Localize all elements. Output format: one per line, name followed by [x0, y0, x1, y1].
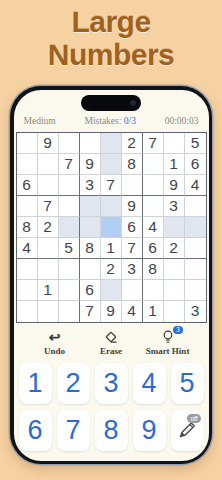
sudoku-cell-r9c5[interactable]: 9 [101, 301, 122, 322]
tool-row: ↩ Undo Erase 3 [14, 329, 209, 356]
sudoku-board: 92757981663794793826445817622381679413 [16, 132, 207, 323]
sudoku-cell-r7c8[interactable] [164, 259, 185, 280]
sudoku-cell-r7c3[interactable] [59, 259, 80, 280]
sudoku-cell-r2c7[interactable] [143, 154, 164, 175]
sudoku-cell-r2c2[interactable] [38, 154, 59, 175]
sudoku-cell-r8c7[interactable] [143, 280, 164, 301]
sudoku-cell-r1c2[interactable]: 9 [38, 133, 59, 154]
sudoku-cell-r6c6[interactable]: 7 [122, 238, 143, 259]
sudoku-cell-r4c6[interactable]: 9 [122, 196, 143, 217]
sudoku-cell-r2c9[interactable]: 6 [185, 154, 206, 175]
mistakes-label: Mistakes: [84, 116, 121, 126]
sudoku-cell-r3c3[interactable] [59, 175, 80, 196]
sudoku-cell-r1c7[interactable]: 7 [143, 133, 164, 154]
sudoku-cell-r6c7[interactable]: 6 [143, 238, 164, 259]
eraser-icon [83, 329, 139, 345]
smart-hint-label: Smart Hint [140, 346, 196, 356]
pencil-toggle[interactable]: off [171, 410, 204, 451]
undo-button[interactable]: ↩ Undo [27, 329, 83, 356]
sudoku-cell-r7c2[interactable] [38, 259, 59, 280]
sudoku-cell-r3c9[interactable]: 4 [185, 175, 206, 196]
sudoku-cell-r1c8[interactable] [164, 133, 185, 154]
sudoku-cell-r5c8[interactable] [164, 217, 185, 238]
sudoku-cell-r8c9[interactable] [185, 280, 206, 301]
sudoku-cell-r4c7[interactable] [143, 196, 164, 217]
mistakes-value: 0/3 [124, 116, 136, 126]
sudoku-cell-r3c2[interactable] [38, 175, 59, 196]
sudoku-cell-r7c7[interactable]: 8 [143, 259, 164, 280]
sudoku-cell-r5c3[interactable] [59, 217, 80, 238]
sudoku-cell-r3c4[interactable]: 3 [80, 175, 101, 196]
sudoku-cell-r9c8[interactable] [164, 301, 185, 322]
numpad-key-8[interactable]: 8 [95, 410, 128, 451]
title-line-1: Large [0, 5, 222, 38]
sudoku-cell-r8c5[interactable] [101, 280, 122, 301]
sudoku-cell-r1c4[interactable] [80, 133, 101, 154]
sudoku-cell-r5c1[interactable]: 8 [17, 217, 38, 238]
sudoku-cell-r5c9[interactable] [185, 217, 206, 238]
numpad-key-4[interactable]: 4 [133, 363, 166, 404]
sudoku-cell-r5c7[interactable]: 4 [143, 217, 164, 238]
sudoku-cell-r3c7[interactable] [143, 175, 164, 196]
sudoku-cell-r3c8[interactable]: 9 [164, 175, 185, 196]
sudoku-cell-r6c5[interactable]: 1 [101, 238, 122, 259]
sudoku-cell-r4c8[interactable]: 3 [164, 196, 185, 217]
undo-label: Undo [27, 346, 83, 356]
sudoku-cell-r8c1[interactable] [17, 280, 38, 301]
sudoku-cell-r6c8[interactable]: 2 [164, 238, 185, 259]
sudoku-cell-r2c8[interactable]: 1 [164, 154, 185, 175]
numpad-key-6[interactable]: 6 [19, 410, 52, 451]
sudoku-cell-r7c5[interactable]: 2 [101, 259, 122, 280]
erase-button[interactable]: Erase [83, 329, 139, 356]
phone-mockup: Medium Mistakes: 0/3 00:00:03 9275798166… [10, 86, 212, 464]
lightbulb-icon: 3 [140, 329, 196, 345]
difficulty-label: Medium [24, 116, 56, 126]
numpad-key-5[interactable]: 5 [171, 363, 204, 404]
sudoku-cell-r4c5[interactable] [101, 196, 122, 217]
sudoku-cell-r9c7[interactable]: 1 [143, 301, 164, 322]
sudoku-cell-r8c8[interactable] [164, 280, 185, 301]
numpad-key-3[interactable]: 3 [95, 363, 128, 404]
sudoku-cell-r8c6[interactable] [122, 280, 143, 301]
sudoku-cell-r4c3[interactable] [59, 196, 80, 217]
sudoku-cell-r2c5[interactable] [101, 154, 122, 175]
number-pad: 123456789off [19, 363, 204, 451]
undo-icon: ↩ [27, 329, 83, 345]
status-bar: Medium Mistakes: 0/3 00:00:03 [14, 115, 209, 128]
sudoku-cell-r9c9[interactable]: 3 [185, 301, 206, 322]
sudoku-cell-r5c5[interactable] [101, 217, 122, 238]
sudoku-cell-r6c1[interactable]: 4 [17, 238, 38, 259]
sudoku-cell-r9c2[interactable] [38, 301, 59, 322]
hint-count-badge: 3 [173, 326, 183, 334]
erase-label: Erase [83, 346, 139, 356]
sudoku-cell-r8c3[interactable] [59, 280, 80, 301]
sudoku-cell-r9c1[interactable] [17, 301, 38, 322]
numpad-key-7[interactable]: 7 [57, 410, 90, 451]
numpad-key-2[interactable]: 2 [57, 363, 90, 404]
sudoku-cell-r5c6[interactable]: 6 [122, 217, 143, 238]
sudoku-cell-r9c4[interactable]: 7 [80, 301, 101, 322]
sudoku-cell-r2c3[interactable]: 7 [59, 154, 80, 175]
sudoku-cell-r6c4[interactable]: 8 [80, 238, 101, 259]
sudoku-cell-r8c4[interactable]: 6 [80, 280, 101, 301]
sudoku-cell-r7c9[interactable] [185, 259, 206, 280]
sudoku-cell-r8c2[interactable]: 1 [38, 280, 59, 301]
sudoku-cell-r3c1[interactable]: 6 [17, 175, 38, 196]
sudoku-cell-r1c1[interactable] [17, 133, 38, 154]
sudoku-cell-r2c4[interactable]: 9 [80, 154, 101, 175]
sudoku-cell-r6c2[interactable] [38, 238, 59, 259]
sudoku-cell-r4c2[interactable]: 7 [38, 196, 59, 217]
sudoku-cell-r3c6[interactable] [122, 175, 143, 196]
pencil-off-badge: off [187, 414, 200, 423]
sudoku-cell-r9c6[interactable]: 4 [122, 301, 143, 322]
sudoku-cell-r2c1[interactable] [17, 154, 38, 175]
dynamic-island [81, 95, 141, 111]
title-line-2: Numbers [0, 38, 222, 71]
sudoku-cell-r9c3[interactable] [59, 301, 80, 322]
sudoku-cell-r2c6[interactable]: 8 [122, 154, 143, 175]
sudoku-cell-r4c9[interactable] [185, 196, 206, 217]
sudoku-cell-r7c6[interactable]: 3 [122, 259, 143, 280]
sudoku-cell-r3c5[interactable]: 7 [101, 175, 122, 196]
camera-icon [130, 100, 136, 106]
sudoku-cell-r5c2[interactable]: 2 [38, 217, 59, 238]
sudoku-cell-r4c4[interactable] [80, 196, 101, 217]
sudoku-cell-r7c1[interactable] [17, 259, 38, 280]
smart-hint-button[interactable]: 3 Smart Hint [140, 329, 196, 356]
sudoku-cell-r4c1[interactable] [17, 196, 38, 217]
mistakes-counter: Mistakes: 0/3 [84, 116, 135, 126]
phone-screen: Medium Mistakes: 0/3 00:00:03 9275798166… [14, 90, 209, 461]
sudoku-cell-r1c5[interactable] [101, 133, 122, 154]
sudoku-cell-r7c4[interactable] [80, 259, 101, 280]
timer: 00:00:03 [165, 116, 199, 126]
sudoku-cell-r1c6[interactable]: 2 [122, 133, 143, 154]
sudoku-cell-r1c9[interactable]: 5 [185, 133, 206, 154]
sudoku-cell-r6c9[interactable] [185, 238, 206, 259]
sudoku-cell-r6c3[interactable]: 5 [59, 238, 80, 259]
numpad-key-9[interactable]: 9 [133, 410, 166, 451]
sudoku-cell-r5c4[interactable] [80, 217, 101, 238]
sudoku-cell-r1c3[interactable] [59, 133, 80, 154]
page-title: Large Numbers [0, 5, 222, 71]
numpad-key-1[interactable]: 1 [19, 363, 52, 404]
